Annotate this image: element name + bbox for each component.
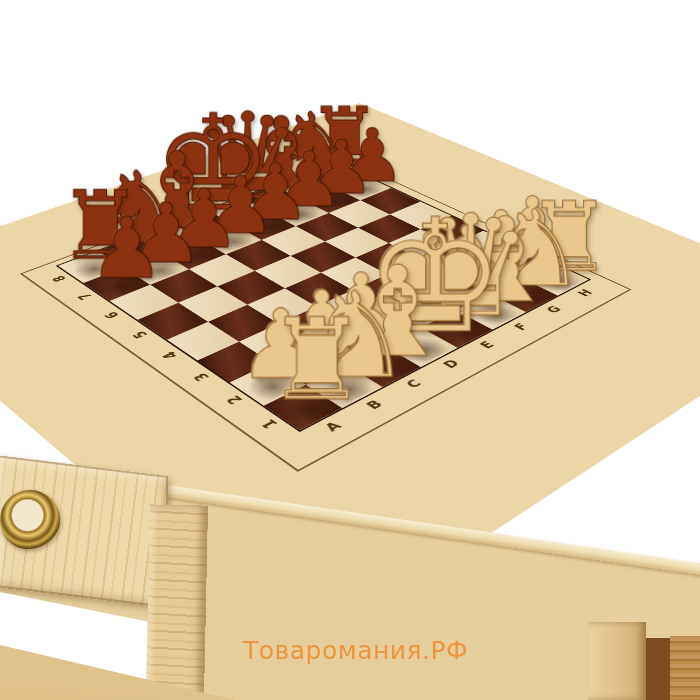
piece-dark-pawn: ♟ xyxy=(26,206,227,290)
chess-table-photo: 87654321 ♜♞♝♚♛♝♞♜♟♟♟♟♟♟♟♟♟♟♟♟♟♟♟♟♜♞♝♚♛♝♞… xyxy=(0,0,700,700)
under-frame-post xyxy=(588,622,646,700)
board-field: ♜♞♝♚♛♝♞♜♟♟♟♟♟♟♟♟♟♟♟♟♟♟♟♟♜♞♝♚♛♝♞♜ xyxy=(58,162,588,430)
table-leg xyxy=(146,504,208,700)
piece-light-rook: ♜ xyxy=(200,304,434,416)
under-frame-slat xyxy=(670,636,700,700)
square-a1: ♜ xyxy=(264,385,342,430)
drawer-handle-ring xyxy=(0,490,60,550)
watermark-text: Товаромания.РФ xyxy=(243,636,468,665)
under-frame-recess xyxy=(646,638,672,700)
